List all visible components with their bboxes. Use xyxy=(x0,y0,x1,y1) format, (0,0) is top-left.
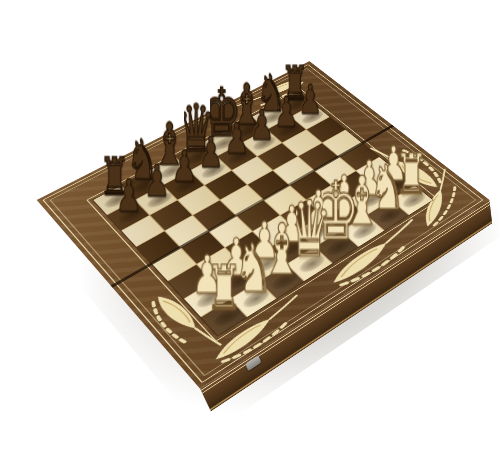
clasp xyxy=(245,355,261,371)
chess-set-photo: ♜♞♟♝♟♛♟♚♟♝♟♞♟♟♜♟♟♜♟♟♞♟♝♟♛♟♚♟♝♟♞♜ xyxy=(0,0,500,450)
black-pawn-glyph: ♟ xyxy=(116,173,142,218)
black-pawn-a7: ♟ xyxy=(116,118,142,216)
chess-board: ♜♞♟♝♟♛♟♚♟♝♟♞♟♟♜♟♟♜♟♟♞♟♝♟♛♟♚♟♝♟♞♜ xyxy=(37,61,490,389)
white-rook-glyph: ♜ xyxy=(206,258,242,320)
white-knight-b1: ♞ xyxy=(239,193,267,298)
white-rook-a1: ♜ xyxy=(210,210,238,317)
